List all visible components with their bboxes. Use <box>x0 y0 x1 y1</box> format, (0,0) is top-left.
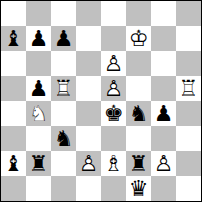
chessboard: ♝♟♟♚♔♟♙♟♜♖♟♙♜♖♞♘♚♞♟♞♝♜♟♙♝♗♜♟♙♛ <box>0 0 202 202</box>
square-g5[interactable] <box>151 76 176 101</box>
square-c3[interactable]: ♞ <box>51 126 76 151</box>
square-e4[interactable]: ♚ <box>101 101 126 126</box>
piece-black-pawn: ♟ <box>51 26 76 51</box>
square-d7[interactable] <box>76 26 101 51</box>
square-f7[interactable]: ♚♔ <box>126 26 151 51</box>
square-a1[interactable] <box>1 176 26 201</box>
square-d8[interactable] <box>76 1 101 26</box>
square-b1[interactable] <box>26 176 51 201</box>
piece-white-king: ♚♔ <box>126 26 151 51</box>
square-h5[interactable]: ♜♖ <box>176 76 201 101</box>
square-a8[interactable] <box>1 1 26 26</box>
square-d4[interactable] <box>76 101 101 126</box>
piece-white-knight: ♞♘ <box>26 101 51 126</box>
square-a6[interactable] <box>1 51 26 76</box>
square-f4[interactable]: ♞ <box>126 101 151 126</box>
square-b7[interactable]: ♟ <box>26 26 51 51</box>
square-f6[interactable] <box>126 51 151 76</box>
square-e5[interactable]: ♟♙ <box>101 76 126 101</box>
square-f3[interactable] <box>126 126 151 151</box>
square-g8[interactable] <box>151 1 176 26</box>
piece-black-queen: ♛ <box>126 176 151 201</box>
square-f8[interactable] <box>126 1 151 26</box>
piece-black-knight: ♞ <box>51 126 76 151</box>
square-g4[interactable]: ♟ <box>151 101 176 126</box>
square-e7[interactable] <box>101 26 126 51</box>
square-a7[interactable]: ♝ <box>1 26 26 51</box>
square-d2[interactable]: ♟♙ <box>76 151 101 176</box>
piece-black-pawn: ♟ <box>26 76 51 101</box>
square-g7[interactable] <box>151 26 176 51</box>
piece-white-pawn: ♟♙ <box>101 76 126 101</box>
square-g2[interactable]: ♟♙ <box>151 151 176 176</box>
piece-white-rook: ♜♖ <box>51 76 76 101</box>
square-b2[interactable]: ♜ <box>26 151 51 176</box>
piece-white-bishop: ♝♗ <box>101 151 126 176</box>
square-d5[interactable] <box>76 76 101 101</box>
square-b4[interactable]: ♞♘ <box>26 101 51 126</box>
square-e6[interactable]: ♟♙ <box>101 51 126 76</box>
piece-black-knight: ♞ <box>126 101 151 126</box>
piece-black-rook: ♜ <box>26 151 51 176</box>
square-b5[interactable]: ♟ <box>26 76 51 101</box>
square-a2[interactable]: ♝ <box>1 151 26 176</box>
square-c5[interactable]: ♜♖ <box>51 76 76 101</box>
square-f2[interactable]: ♜ <box>126 151 151 176</box>
square-h3[interactable] <box>176 126 201 151</box>
square-d3[interactable] <box>76 126 101 151</box>
square-f5[interactable] <box>126 76 151 101</box>
square-h6[interactable] <box>176 51 201 76</box>
square-h7[interactable] <box>176 26 201 51</box>
square-a3[interactable] <box>1 126 26 151</box>
piece-white-rook: ♜♖ <box>176 76 201 101</box>
piece-black-king: ♚ <box>101 101 126 126</box>
square-d6[interactable] <box>76 51 101 76</box>
square-h4[interactable] <box>176 101 201 126</box>
square-e2[interactable]: ♝♗ <box>101 151 126 176</box>
square-c6[interactable] <box>51 51 76 76</box>
square-c2[interactable] <box>51 151 76 176</box>
square-e1[interactable] <box>101 176 126 201</box>
square-c4[interactable] <box>51 101 76 126</box>
square-c8[interactable] <box>51 1 76 26</box>
square-c7[interactable]: ♟ <box>51 26 76 51</box>
piece-white-pawn: ♟♙ <box>76 151 101 176</box>
square-f1[interactable]: ♛ <box>126 176 151 201</box>
square-b3[interactable] <box>26 126 51 151</box>
square-g1[interactable] <box>151 176 176 201</box>
square-d1[interactable] <box>76 176 101 201</box>
square-g6[interactable] <box>151 51 176 76</box>
square-h8[interactable] <box>176 1 201 26</box>
square-h2[interactable] <box>176 151 201 176</box>
square-h1[interactable] <box>176 176 201 201</box>
piece-black-bishop: ♝ <box>1 151 26 176</box>
square-g3[interactable] <box>151 126 176 151</box>
piece-black-pawn: ♟ <box>26 26 51 51</box>
piece-white-pawn: ♟♙ <box>151 151 176 176</box>
square-e8[interactable] <box>101 1 126 26</box>
piece-black-bishop: ♝ <box>1 26 26 51</box>
square-b6[interactable] <box>26 51 51 76</box>
square-e3[interactable] <box>101 126 126 151</box>
piece-black-rook: ♜ <box>126 151 151 176</box>
square-c1[interactable] <box>51 176 76 201</box>
square-a5[interactable] <box>1 76 26 101</box>
square-a4[interactable] <box>1 101 26 126</box>
piece-black-pawn: ♟ <box>151 101 176 126</box>
piece-white-pawn: ♟♙ <box>101 51 126 76</box>
square-b8[interactable] <box>26 1 51 26</box>
